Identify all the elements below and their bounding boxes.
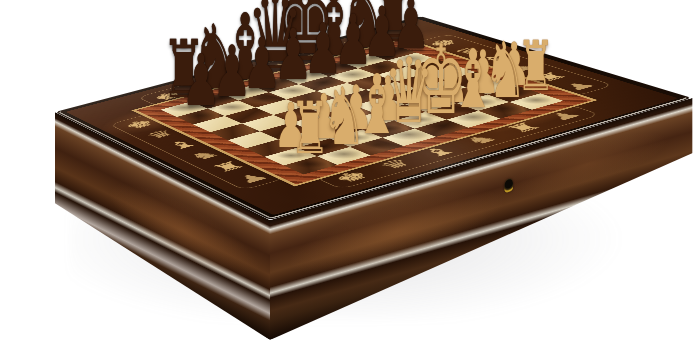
chess-set-photo: ♚♛♝♞♜♟ ♚♛♝♞♜♟ ♚♛♝♞♜♟ ♚♛♝♞♜♟ ♜♞♝♛♚♝♞♜♟♟♟♟… (0, 0, 700, 350)
pieces-layer: ♜♞♝♛♚♝♞♜♟♟♟♟♟♟♟♟♟♟♟♟♟♟♟♟♜♞♝♛♚♝♞♜ (0, 0, 700, 350)
piece-white-rook[interactable]: ♜ (290, 94, 330, 165)
piece-black-pawn[interactable]: ♟ (181, 45, 221, 116)
